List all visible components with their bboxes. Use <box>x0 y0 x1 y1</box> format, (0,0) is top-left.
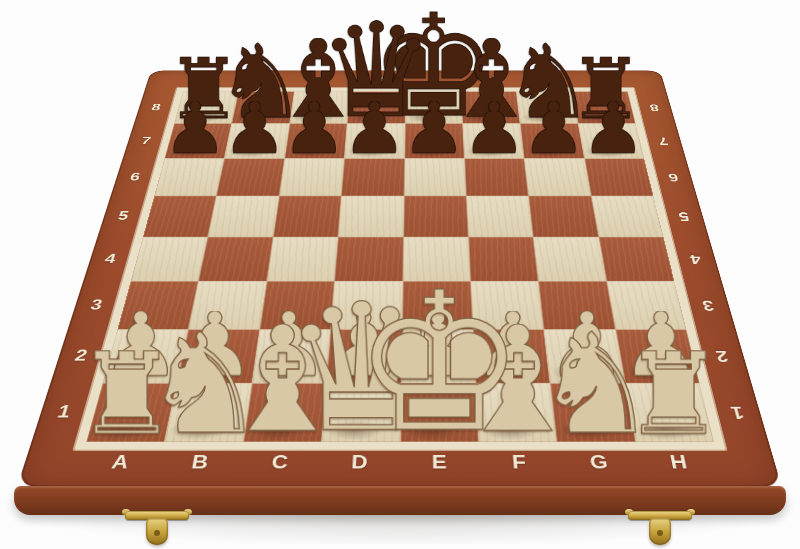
square-b6 <box>217 158 285 196</box>
board-grid: ♜♞♝♛♚♝♞♜♟♟♟♟♟♟♟♟♟♟♟♟♟♟♟♟♜♞♝♛♚♝♞♜ <box>86 92 714 442</box>
rank-label-right-6: 6 <box>649 159 697 197</box>
square-g5 <box>529 196 599 237</box>
rank-label-right-8: 8 <box>632 92 676 124</box>
square-c7: ♟ <box>284 124 347 159</box>
square-b7: ♟ <box>225 124 290 159</box>
square-f6 <box>464 158 528 196</box>
square-a7: ♟ <box>165 124 232 159</box>
white-knight-g1: ♞ <box>534 330 658 438</box>
rank-label-right-7: 7 <box>641 124 687 159</box>
square-e7: ♟ <box>404 124 464 159</box>
square-d7: ♟ <box>344 124 404 159</box>
square-f7: ♟ <box>463 124 525 159</box>
square-a5 <box>143 196 217 237</box>
file-label-top-g: G <box>514 71 571 88</box>
square-b4 <box>199 237 273 281</box>
black-pawn-e7: ♟ <box>402 101 466 157</box>
white-knight-b1: ♞ <box>143 330 267 438</box>
square-b1: ♞ <box>165 383 252 442</box>
file-label-top-c: C <box>295 71 352 88</box>
black-pawn-f7: ♟ <box>462 101 526 157</box>
black-pawn-g7: ♟ <box>522 101 586 157</box>
file-label-bottom-f: F <box>479 441 562 485</box>
clasp-pin <box>154 530 160 536</box>
file-label-top-d: D <box>350 71 406 88</box>
square-h7: ♟ <box>578 124 644 159</box>
chess-set-photo: AABBCCDDEEFFGGHH1122334455667788 ♜♞♝♛♚♝♞… <box>0 0 800 549</box>
square-c5 <box>273 196 341 237</box>
square-f5 <box>466 196 533 237</box>
square-d6 <box>341 158 404 196</box>
file-label-top-b: B <box>239 71 297 88</box>
file-label-bottom-h: H <box>635 441 724 485</box>
clasp-right-icon <box>628 509 692 547</box>
square-e6 <box>404 158 466 196</box>
black-pawn-d7: ♟ <box>343 101 407 157</box>
square-e5 <box>403 196 468 237</box>
file-label-bottom-c: C <box>237 441 322 485</box>
chess-board: AABBCCDDEEFFGGHH1122334455667788 ♜♞♝♛♚♝♞… <box>17 71 782 487</box>
square-d5 <box>338 196 404 237</box>
file-label-top-a: A <box>184 71 243 88</box>
perspective-stage: AABBCCDDEEFFGGHH1122334455667788 ♜♞♝♛♚♝♞… <box>0 0 800 549</box>
file-label-top-e: E <box>405 71 460 88</box>
square-g6 <box>524 158 591 196</box>
square-e1: ♚ <box>400 383 478 442</box>
black-pawn-c7: ♟ <box>283 101 347 157</box>
square-h5 <box>591 196 663 237</box>
file-label-bottom-e: E <box>400 441 481 485</box>
clasp-left-icon <box>125 509 189 547</box>
file-label-bottom-a: A <box>75 441 165 485</box>
square-g1: ♞ <box>550 383 635 442</box>
file-label-bottom-d: D <box>318 441 400 485</box>
square-h6 <box>584 158 653 196</box>
square-g4 <box>533 237 606 281</box>
square-h4 <box>598 237 674 281</box>
square-a6 <box>154 158 224 196</box>
file-label-bottom-b: B <box>156 441 244 485</box>
square-b5 <box>208 196 279 237</box>
file-label-top-h: H <box>568 71 626 88</box>
square-a4 <box>131 237 208 281</box>
square-g7: ♟ <box>520 124 584 159</box>
clasp-pin <box>657 530 663 536</box>
file-label-bottom-g: G <box>557 441 643 485</box>
square-c6 <box>279 158 344 196</box>
file-label-top-f: F <box>460 71 516 88</box>
black-pawn-b7: ♟ <box>223 101 287 157</box>
white-king-e1: ♚ <box>353 288 525 438</box>
